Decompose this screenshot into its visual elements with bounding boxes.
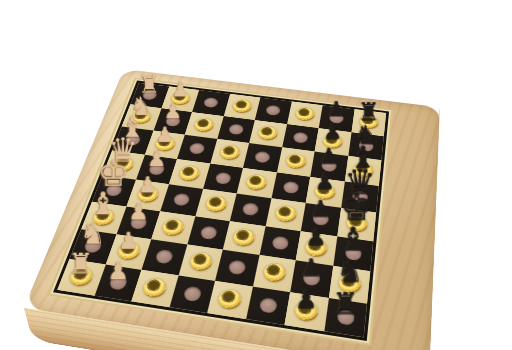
peg-hole [242,202,260,216]
brass-grommet [257,125,279,141]
black-bishop[interactable]: ♝ [330,224,377,255]
board-frame: ♜♟♟♜♞♟♟♞♝♟♟♝♛♟♟♛♚♟♟♚♝♟♟♝♞♟♟♞♜♟♟♜ [47,78,393,346]
brass-grommet [217,288,243,310]
peg-hole [258,297,277,314]
square-h4[interactable] [169,275,215,313]
white-pawn[interactable]: ♟ [160,81,200,100]
peg-hole [228,123,245,135]
brass-grommet [294,107,315,122]
white-pawn[interactable]: ♟ [105,230,152,252]
square-f5[interactable] [223,221,265,255]
peg-hole [189,143,206,155]
brass-grommet [232,228,257,248]
brass-grommet [231,99,252,114]
brass-grommet [285,153,307,170]
peg-hole [173,193,191,207]
white-pawn[interactable]: ♟ [152,102,193,122]
brass-grommet [274,205,297,224]
square-b5[interactable] [249,120,287,148]
peg-hole [271,235,289,250]
peg-hole [199,225,218,240]
peg-hole [265,105,281,116]
square-h8[interactable]: ♜ [324,297,367,337]
chess-board: ♜♟♟♜♞♟♟♞♝♟♟♝♛♟♟♛♚♟♟♚♝♟♟♝♞♟♟♞♜♟♟♜ [53,81,389,341]
black-knight[interactable]: ♞ [325,257,374,285]
peg-hole [203,97,219,108]
brass-grommet [218,145,241,162]
square-e5[interactable] [230,193,271,225]
chess-set-photo: ♜♟♟♜♞♟♟♞♝♟♟♝♛♟♟♛♚♟♟♚♝♟♟♝♞♟♟♞♜♟♟♜ [0,0,512,350]
peg-hole [254,151,271,164]
peg-hole [292,131,308,143]
white-pawn[interactable]: ♟ [135,149,178,170]
brass-grommet [204,195,228,214]
square-h2[interactable]: ♟ [94,264,141,301]
brass-grommet [178,165,202,182]
white-pawn[interactable]: ♟ [144,125,186,145]
peg-hole [214,171,232,184]
white-pawn[interactable]: ♟ [93,261,142,284]
peg-hole [282,181,299,194]
brass-grommet [245,174,268,192]
tray-right-face [422,107,440,350]
black-rook[interactable]: ♜ [320,290,370,318]
wooden-tray: ♜♟♟♜♞♟♟♞♝♟♟♝♛♟♟♛♚♟♟♚♝♟♟♝♞♟♟♞♜♟♟♜ [24,69,440,350]
square-d5[interactable] [237,168,277,199]
scene-3d: ♜♟♟♜♞♟♟♞♝♟♟♝♛♟♟♛♚♟♟♚♝♟♟♝♞♟♟♞♜♟♟♜ [0,0,512,350]
white-pawn[interactable]: ♟ [115,202,161,224]
brass-grommet [141,277,168,299]
peg-hole [182,285,202,302]
square-a5[interactable] [255,98,291,124]
brass-grommet [188,252,214,273]
peg-hole [155,249,175,264]
peg-hole [228,260,247,276]
brass-grommet [193,117,215,133]
brass-grommet [262,263,287,284]
brass-grommet [161,218,186,237]
white-pawn[interactable]: ♟ [125,175,170,196]
